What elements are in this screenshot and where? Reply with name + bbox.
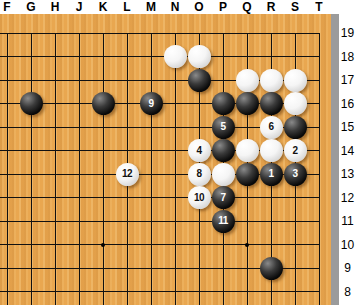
grid-line-row-18 bbox=[0, 56, 320, 57]
black-stone-S13[interactable]: 3 bbox=[284, 163, 307, 186]
move-number: 1 bbox=[268, 169, 273, 179]
star-point-K10 bbox=[101, 243, 105, 247]
row-label-16: 16 bbox=[339, 97, 356, 111]
board-edge-shadow bbox=[331, 14, 339, 305]
white-stone-R15[interactable]: 6 bbox=[260, 116, 283, 139]
white-stone-N18[interactable] bbox=[164, 45, 187, 68]
row-label-15: 15 bbox=[339, 120, 356, 134]
white-stone-R14[interactable] bbox=[260, 139, 283, 162]
row-label-12: 12 bbox=[339, 191, 356, 205]
column-label-T: T bbox=[315, 0, 322, 14]
grid-line-row-19 bbox=[0, 33, 320, 34]
white-stone-O14[interactable]: 4 bbox=[188, 139, 211, 162]
black-stone-R9[interactable] bbox=[260, 257, 283, 280]
column-label-N: N bbox=[171, 0, 180, 14]
star-point-Q10 bbox=[245, 243, 249, 247]
white-stone-S14[interactable]: 2 bbox=[284, 139, 307, 162]
white-stone-S17[interactable] bbox=[284, 69, 307, 92]
grid-line-col-G bbox=[31, 33, 32, 305]
white-stone-R17[interactable] bbox=[260, 69, 283, 92]
black-stone-Q13[interactable] bbox=[236, 163, 259, 186]
black-stone-G16[interactable] bbox=[20, 92, 43, 115]
white-stone-S16[interactable] bbox=[284, 92, 307, 115]
white-stone-P13[interactable] bbox=[212, 163, 235, 186]
row-label-11: 11 bbox=[339, 214, 356, 228]
move-number: 4 bbox=[196, 146, 201, 156]
white-stone-O13[interactable]: 8 bbox=[188, 163, 211, 186]
black-stone-O17[interactable] bbox=[188, 69, 211, 92]
move-number: 2 bbox=[292, 146, 297, 156]
black-stone-S15[interactable] bbox=[284, 116, 307, 139]
column-label-Q: Q bbox=[242, 0, 251, 14]
row-label-17: 17 bbox=[339, 73, 356, 87]
black-stone-R13[interactable]: 1 bbox=[260, 163, 283, 186]
row-label-18: 18 bbox=[339, 50, 356, 64]
column-label-R: R bbox=[267, 0, 276, 14]
go-game-screenshot: FGHJKLMNOPQRST 956421281310711 191817161… bbox=[0, 0, 356, 305]
row-label-13: 13 bbox=[339, 167, 356, 181]
black-stone-P14[interactable] bbox=[212, 139, 235, 162]
column-label-F: F bbox=[3, 0, 10, 14]
grid-line-row-8 bbox=[0, 291, 320, 292]
column-label-G: G bbox=[26, 0, 35, 14]
black-stone-P12[interactable]: 7 bbox=[212, 186, 235, 209]
grid-line-col-N bbox=[175, 33, 176, 305]
grid-line-col-H bbox=[55, 33, 56, 305]
column-label-K: K bbox=[99, 0, 108, 14]
column-label-H: H bbox=[51, 0, 60, 14]
black-stone-R16[interactable] bbox=[260, 92, 283, 115]
white-stone-Q17[interactable] bbox=[236, 69, 259, 92]
grid-line-col-M bbox=[151, 33, 152, 305]
column-label-S: S bbox=[291, 0, 299, 14]
column-label-L: L bbox=[123, 0, 130, 14]
move-number: 6 bbox=[268, 122, 273, 132]
grid-line-col-J bbox=[79, 33, 80, 305]
grid-line-col-T bbox=[319, 33, 320, 305]
move-number: 8 bbox=[196, 169, 201, 179]
grid-line-row-12 bbox=[0, 197, 320, 198]
column-label-O: O bbox=[194, 0, 203, 14]
white-stone-Q14[interactable] bbox=[236, 139, 259, 162]
grid-line-row-11 bbox=[0, 221, 320, 222]
black-stone-Q16[interactable] bbox=[236, 92, 259, 115]
row-label-10: 10 bbox=[339, 238, 356, 252]
move-number: 7 bbox=[220, 193, 225, 203]
black-stone-P16[interactable] bbox=[212, 92, 235, 115]
row-label-9: 9 bbox=[339, 261, 356, 275]
grid-line-row-10 bbox=[0, 244, 320, 245]
column-label-J: J bbox=[76, 0, 83, 14]
white-stone-O12[interactable]: 10 bbox=[188, 186, 211, 209]
move-number: 5 bbox=[220, 122, 225, 132]
column-label-P: P bbox=[219, 0, 227, 14]
move-number: 9 bbox=[148, 99, 153, 109]
row-label-19: 19 bbox=[339, 26, 356, 40]
move-number: 3 bbox=[292, 169, 297, 179]
grid-line-col-F bbox=[7, 33, 8, 305]
move-number: 11 bbox=[218, 216, 228, 226]
row-label-8: 8 bbox=[339, 285, 356, 299]
grid-line-col-K bbox=[103, 33, 104, 305]
row-label-14: 14 bbox=[339, 144, 356, 158]
column-label-M: M bbox=[146, 0, 156, 14]
black-stone-K16[interactable] bbox=[92, 92, 115, 115]
white-stone-O18[interactable] bbox=[188, 45, 211, 68]
black-stone-P11[interactable]: 11 bbox=[212, 210, 235, 233]
black-stone-P15[interactable]: 5 bbox=[212, 116, 235, 139]
move-number: 10 bbox=[194, 193, 204, 203]
black-stone-M16[interactable]: 9 bbox=[140, 92, 163, 115]
move-number: 12 bbox=[122, 169, 132, 179]
go-board[interactable]: 956421281310711 bbox=[0, 14, 331, 305]
white-stone-L13[interactable]: 12 bbox=[116, 163, 139, 186]
